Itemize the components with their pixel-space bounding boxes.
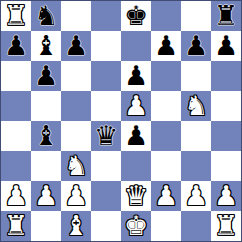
square-c6[interactable] (61, 61, 91, 91)
chess-board: ♜♞♚♜♟♝♟♟♟♟♟♟♟♞♝♛♟♞♟♟♟♛♟♟♟♜♝♚♜ (0, 0, 242, 242)
square-e4[interactable]: ♟ (121, 121, 151, 151)
square-a6[interactable] (1, 61, 31, 91)
square-d2[interactable] (91, 181, 121, 211)
square-b3[interactable] (31, 151, 61, 181)
square-a5[interactable] (1, 91, 31, 121)
square-f6[interactable] (151, 61, 181, 91)
square-f3[interactable] (151, 151, 181, 181)
square-e2[interactable]: ♛ (121, 181, 151, 211)
square-f4[interactable] (151, 121, 181, 151)
piece-white-pawn-g2[interactable]: ♟ (184, 181, 208, 211)
square-g8[interactable] (181, 1, 211, 31)
square-d3[interactable] (91, 151, 121, 181)
square-e6[interactable]: ♟ (121, 61, 151, 91)
square-e3[interactable] (121, 151, 151, 181)
square-b5[interactable] (31, 91, 61, 121)
square-f2[interactable]: ♟ (151, 181, 181, 211)
piece-white-pawn-e5[interactable]: ♟ (124, 91, 148, 121)
piece-white-queen-e2[interactable]: ♛ (124, 181, 148, 211)
square-c5[interactable] (61, 91, 91, 121)
square-b6[interactable]: ♟ (31, 61, 61, 91)
square-b2[interactable]: ♟ (31, 181, 61, 211)
piece-black-pawn-g7[interactable]: ♟ (184, 31, 208, 61)
square-c8[interactable] (61, 1, 91, 31)
square-c2[interactable]: ♟ (61, 181, 91, 211)
square-e7[interactable] (121, 31, 151, 61)
square-a1[interactable]: ♜ (1, 211, 31, 241)
square-h3[interactable] (211, 151, 241, 181)
piece-white-pawn-a2[interactable]: ♟ (4, 181, 28, 211)
piece-white-knight-g5[interactable]: ♞ (184, 91, 208, 121)
square-d5[interactable] (91, 91, 121, 121)
square-f1[interactable] (151, 211, 181, 241)
square-h7[interactable]: ♟ (211, 31, 241, 61)
square-a2[interactable]: ♟ (1, 181, 31, 211)
piece-black-king-e8[interactable]: ♚ (124, 1, 148, 31)
piece-black-pawn-a7[interactable]: ♟ (4, 31, 28, 61)
square-f8[interactable] (151, 1, 181, 31)
square-g3[interactable] (181, 151, 211, 181)
piece-white-bishop-c1[interactable]: ♝ (64, 211, 88, 241)
square-d1[interactable] (91, 211, 121, 241)
square-e1[interactable]: ♚ (121, 211, 151, 241)
square-c4[interactable] (61, 121, 91, 151)
piece-white-pawn-h2[interactable]: ♟ (214, 181, 238, 211)
square-e5[interactable]: ♟ (121, 91, 151, 121)
square-a4[interactable] (1, 121, 31, 151)
square-c3[interactable]: ♞ (61, 151, 91, 181)
square-c1[interactable]: ♝ (61, 211, 91, 241)
square-a7[interactable]: ♟ (1, 31, 31, 61)
square-f5[interactable] (151, 91, 181, 121)
square-g6[interactable] (181, 61, 211, 91)
piece-black-knight-b8[interactable]: ♞ (34, 1, 58, 31)
piece-white-pawn-f2[interactable]: ♟ (154, 181, 178, 211)
square-b7[interactable]: ♝ (31, 31, 61, 61)
piece-black-pawn-h7[interactable]: ♟ (214, 31, 238, 61)
square-h2[interactable]: ♟ (211, 181, 241, 211)
square-d6[interactable] (91, 61, 121, 91)
piece-black-bishop-b4[interactable]: ♝ (34, 121, 58, 151)
square-a8[interactable]: ♜ (1, 1, 31, 31)
square-g2[interactable]: ♟ (181, 181, 211, 211)
piece-white-pawn-b2[interactable]: ♟ (34, 181, 58, 211)
piece-black-pawn-c7[interactable]: ♟ (64, 31, 88, 61)
square-a3[interactable] (1, 151, 31, 181)
piece-white-rook-h1[interactable]: ♜ (214, 211, 238, 241)
square-g7[interactable]: ♟ (181, 31, 211, 61)
square-g4[interactable] (181, 121, 211, 151)
square-d7[interactable] (91, 31, 121, 61)
piece-black-queen-d4[interactable]: ♛ (94, 121, 118, 151)
piece-white-rook-a1[interactable]: ♜ (4, 211, 28, 241)
square-h4[interactable] (211, 121, 241, 151)
piece-white-knight-c3[interactable]: ♞ (64, 151, 88, 181)
square-d4[interactable]: ♛ (91, 121, 121, 151)
square-b4[interactable]: ♝ (31, 121, 61, 151)
square-d8[interactable] (91, 1, 121, 31)
square-c7[interactable]: ♟ (61, 31, 91, 61)
piece-white-pawn-c2[interactable]: ♟ (64, 181, 88, 211)
piece-white-king-e1[interactable]: ♚ (124, 211, 148, 241)
square-h8[interactable]: ♜ (211, 1, 241, 31)
piece-black-pawn-f7[interactable]: ♟ (154, 31, 178, 61)
square-f7[interactable]: ♟ (151, 31, 181, 61)
piece-black-pawn-e6[interactable]: ♟ (124, 61, 148, 91)
square-g1[interactable] (181, 211, 211, 241)
piece-black-rook-h8[interactable]: ♜ (214, 1, 238, 31)
piece-white-rook-a8[interactable]: ♜ (4, 1, 28, 31)
square-b8[interactable]: ♞ (31, 1, 61, 31)
square-h6[interactable] (211, 61, 241, 91)
square-h1[interactable]: ♜ (211, 211, 241, 241)
square-g5[interactable]: ♞ (181, 91, 211, 121)
piece-black-pawn-e4[interactable]: ♟ (124, 121, 148, 151)
piece-black-pawn-b6[interactable]: ♟ (34, 61, 58, 91)
square-b1[interactable] (31, 211, 61, 241)
piece-black-bishop-b7[interactable]: ♝ (34, 31, 58, 61)
square-h5[interactable] (211, 91, 241, 121)
square-e8[interactable]: ♚ (121, 1, 151, 31)
